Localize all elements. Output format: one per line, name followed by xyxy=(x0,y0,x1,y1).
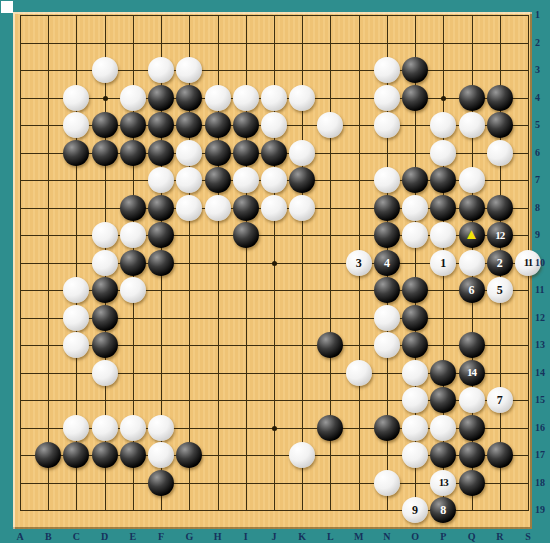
move-number-label: 5 xyxy=(497,284,503,296)
white-stone-L5 xyxy=(317,112,343,138)
white-stone-O19: 9 xyxy=(402,497,428,523)
black-stone-R5 xyxy=(487,112,513,138)
white-stone-D16 xyxy=(92,415,118,441)
black-stone-Q13 xyxy=(459,332,485,358)
white-stone-R15: 7 xyxy=(487,387,513,413)
black-stone-O3 xyxy=(402,57,428,83)
black-stone-I5 xyxy=(233,112,259,138)
white-stone-E16 xyxy=(120,415,146,441)
black-stone-P7 xyxy=(430,167,456,193)
black-stone-E6 xyxy=(120,140,146,166)
black-stone-B17 xyxy=(35,442,61,468)
triangle-marker-icon: ▲ xyxy=(464,227,479,242)
black-stone-G5 xyxy=(176,112,202,138)
black-stone-N16 xyxy=(374,415,400,441)
move-number-label: 11 xyxy=(524,257,532,268)
black-stone-D6 xyxy=(92,140,118,166)
hoshi-star-point xyxy=(441,96,446,101)
black-stone-C17 xyxy=(63,442,89,468)
move-number-label: 14 xyxy=(467,367,476,378)
black-stone-E17 xyxy=(120,442,146,468)
black-stone-Q18 xyxy=(459,470,485,496)
black-stone-H5 xyxy=(205,112,231,138)
white-stone-Q5 xyxy=(459,112,485,138)
move-number-label: 1 xyxy=(440,257,446,269)
white-stone-C12 xyxy=(63,305,89,331)
white-stone-Q15 xyxy=(459,387,485,413)
black-stone-N9 xyxy=(374,222,400,248)
black-stone-Q16 xyxy=(459,415,485,441)
black-stone-F6 xyxy=(148,140,174,166)
black-stone-H7 xyxy=(205,167,231,193)
white-stone-J8 xyxy=(261,195,287,221)
black-stone-P19: 8 xyxy=(430,497,456,523)
black-stone-P17 xyxy=(430,442,456,468)
white-stone-O16 xyxy=(402,415,428,441)
black-stone-P14 xyxy=(430,360,456,386)
white-stone-G7 xyxy=(176,167,202,193)
white-stone-O15 xyxy=(402,387,428,413)
white-stone-C5 xyxy=(63,112,89,138)
move-number-label: 8 xyxy=(440,504,446,516)
black-stone-Q11: 6 xyxy=(459,277,485,303)
move-number-label: 7 xyxy=(497,394,503,406)
white-stone-K6 xyxy=(289,140,315,166)
black-stone-I8 xyxy=(233,195,259,221)
black-stone-R4 xyxy=(487,85,513,111)
black-stone-Q8 xyxy=(459,195,485,221)
black-stone-D13 xyxy=(92,332,118,358)
white-stone-K8 xyxy=(289,195,315,221)
white-stone-I4 xyxy=(233,85,259,111)
black-stone-L16 xyxy=(317,415,343,441)
white-stone-G6 xyxy=(176,140,202,166)
black-stone-D5 xyxy=(92,112,118,138)
black-stone-R17 xyxy=(487,442,513,468)
corner-square xyxy=(1,1,13,13)
black-stone-E5 xyxy=(120,112,146,138)
white-stone-C11 xyxy=(63,277,89,303)
white-stone-O17 xyxy=(402,442,428,468)
white-stone-D10 xyxy=(92,250,118,276)
hoshi-star-point xyxy=(272,261,277,266)
black-stone-K7 xyxy=(289,167,315,193)
white-stone-I7 xyxy=(233,167,259,193)
black-stone-R9: 12 xyxy=(487,222,513,248)
white-stone-N4 xyxy=(374,85,400,111)
white-stone-N7 xyxy=(374,167,400,193)
white-stone-F16 xyxy=(148,415,174,441)
white-stone-C4 xyxy=(63,85,89,111)
white-stone-D3 xyxy=(92,57,118,83)
white-stone-M10: 3 xyxy=(346,250,372,276)
white-stone-H4 xyxy=(205,85,231,111)
black-stone-G17 xyxy=(176,442,202,468)
black-stone-O11 xyxy=(402,277,428,303)
black-stone-N8 xyxy=(374,195,400,221)
white-stone-G8 xyxy=(176,195,202,221)
black-stone-O7 xyxy=(402,167,428,193)
white-stone-G3 xyxy=(176,57,202,83)
white-stone-P9 xyxy=(430,222,456,248)
black-stone-D12 xyxy=(92,305,118,331)
black-stone-N10: 4 xyxy=(374,250,400,276)
black-stone-Q4 xyxy=(459,85,485,111)
white-stone-D9 xyxy=(92,222,118,248)
move-number-label: 6 xyxy=(469,284,475,296)
move-number-label: 3 xyxy=(356,257,362,269)
black-stone-O13 xyxy=(402,332,428,358)
white-stone-P5 xyxy=(430,112,456,138)
move-number-label: 4 xyxy=(384,257,390,269)
white-stone-P10: 1 xyxy=(430,250,456,276)
go-diagram-stage: ▲12341211651471398 ABCDEFGHIJKLMNOPQRS12… xyxy=(0,0,550,543)
white-stone-P18: 13 xyxy=(430,470,456,496)
white-stone-O14 xyxy=(402,360,428,386)
move-number-label: 9 xyxy=(412,504,418,516)
white-stone-N3 xyxy=(374,57,400,83)
hoshi-star-point xyxy=(272,426,277,431)
white-stone-K4 xyxy=(289,85,315,111)
black-stone-O4 xyxy=(402,85,428,111)
black-stone-F8 xyxy=(148,195,174,221)
white-stone-E4 xyxy=(120,85,146,111)
white-stone-C16 xyxy=(63,415,89,441)
white-stone-D14 xyxy=(92,360,118,386)
white-stone-N5 xyxy=(374,112,400,138)
white-stone-N12 xyxy=(374,305,400,331)
white-stone-C13 xyxy=(63,332,89,358)
white-stone-P6 xyxy=(430,140,456,166)
white-stone-N13 xyxy=(374,332,400,358)
black-stone-O12 xyxy=(402,305,428,331)
white-stone-H8 xyxy=(205,195,231,221)
black-stone-F9 xyxy=(148,222,174,248)
move-number-label: 12 xyxy=(495,230,504,241)
black-stone-N11 xyxy=(374,277,400,303)
white-stone-J4 xyxy=(261,85,287,111)
white-stone-O9 xyxy=(402,222,428,248)
black-stone-F18 xyxy=(148,470,174,496)
black-stone-I9 xyxy=(233,222,259,248)
black-stone-Q9: ▲ xyxy=(459,222,485,248)
black-stone-I6 xyxy=(233,140,259,166)
black-stone-F10 xyxy=(148,250,174,276)
move-number-label: 2 xyxy=(497,257,503,269)
black-stone-F4 xyxy=(148,85,174,111)
white-stone-J5 xyxy=(261,112,287,138)
black-stone-Q14: 14 xyxy=(459,360,485,386)
white-stone-E11 xyxy=(120,277,146,303)
black-stone-D17 xyxy=(92,442,118,468)
white-stone-F7 xyxy=(148,167,174,193)
white-stone-N18 xyxy=(374,470,400,496)
white-stone-J7 xyxy=(261,167,287,193)
black-stone-G4 xyxy=(176,85,202,111)
black-stone-H6 xyxy=(205,140,231,166)
black-stone-C6 xyxy=(63,140,89,166)
hoshi-star-point xyxy=(103,96,108,101)
go-board[interactable]: ▲12341211651471398 xyxy=(13,12,532,529)
black-stone-L13 xyxy=(317,332,343,358)
black-stone-F5 xyxy=(148,112,174,138)
black-stone-P8 xyxy=(430,195,456,221)
white-stone-R6 xyxy=(487,140,513,166)
white-stone-R11: 5 xyxy=(487,277,513,303)
black-stone-P15 xyxy=(430,387,456,413)
white-stone-K17 xyxy=(289,442,315,468)
white-stone-Q7 xyxy=(459,167,485,193)
white-stone-P16 xyxy=(430,415,456,441)
black-stone-J6 xyxy=(261,140,287,166)
white-stone-O8 xyxy=(402,195,428,221)
white-stone-E9 xyxy=(120,222,146,248)
black-stone-D11 xyxy=(92,277,118,303)
white-stone-F3 xyxy=(148,57,174,83)
white-stone-F17 xyxy=(148,442,174,468)
black-stone-E8 xyxy=(120,195,146,221)
white-stone-S10: 11 xyxy=(515,250,541,276)
black-stone-R8 xyxy=(487,195,513,221)
white-stone-M14 xyxy=(346,360,372,386)
black-stone-R10: 2 xyxy=(487,250,513,276)
black-stone-Q17 xyxy=(459,442,485,468)
move-number-label: 13 xyxy=(439,477,448,488)
white-stone-Q10 xyxy=(459,250,485,276)
black-stone-E10 xyxy=(120,250,146,276)
